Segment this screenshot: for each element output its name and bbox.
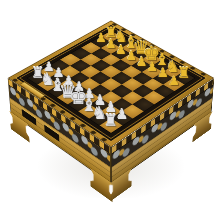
chess-set-photo[interactable]: ♜♞♝♛♚♝♞♜♟♟♟♟♟♟♟♟♟♟♟♟♟♟♟♟♜♞♝♛♚♝♞♜ [0,0,222,222]
box-side-right [111,78,214,184]
chess-box [8,21,214,148]
stage-3d [0,0,222,222]
